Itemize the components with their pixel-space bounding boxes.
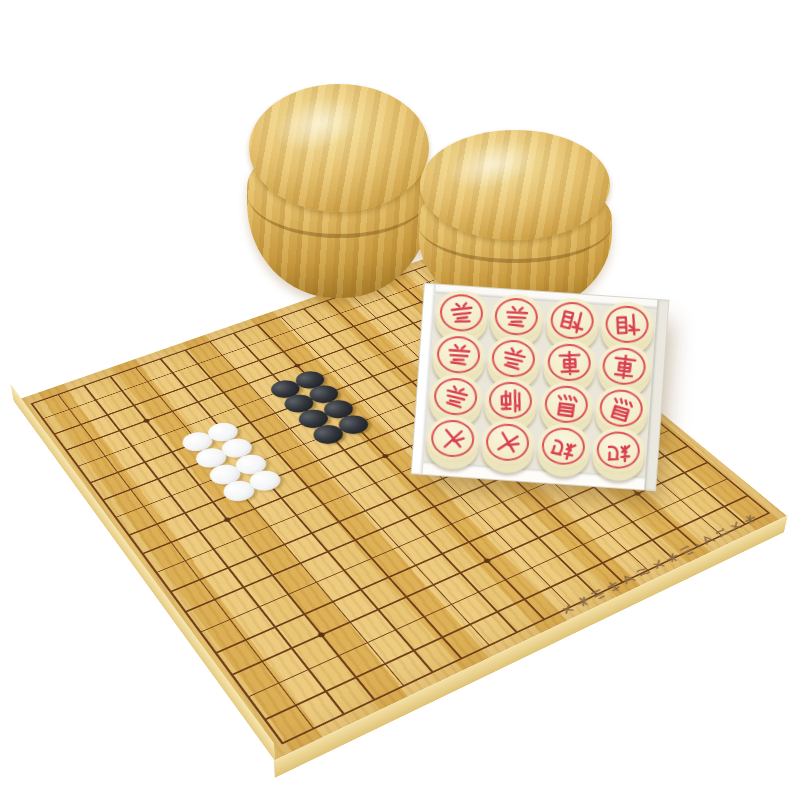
- xiangqi-piece[interactable]: 仕: [425, 414, 480, 464]
- piece-cell: 仕: [424, 419, 482, 465]
- xiangqi-piece-grid: 兵兵相相兵兵車車兵帥馬馬仕仕炮炮: [424, 293, 657, 476]
- xiangqi-piece[interactable]: 仕: [481, 418, 536, 468]
- xiangqi-piece[interactable]: 炮: [591, 425, 646, 475]
- product-photo-scene: 北京棋真用品专营店·楠竹棋盘 兵兵相相兵兵車車兵帥馬馬仕仕炮炮: [0, 0, 800, 800]
- piece-cell: 炮: [534, 427, 592, 473]
- go-board: 北京棋真用品专营店·楠竹棋盘: [14, 247, 787, 761]
- piece-cell: 仕: [479, 423, 537, 469]
- go-bowl-left: [243, 84, 435, 298]
- xiangqi-piece[interactable]: 炮: [536, 422, 591, 472]
- xiangqi-box: 兵兵相相兵兵車車兵帥馬馬仕仕炮炮: [411, 283, 670, 492]
- piece-cell: 炮: [590, 431, 648, 477]
